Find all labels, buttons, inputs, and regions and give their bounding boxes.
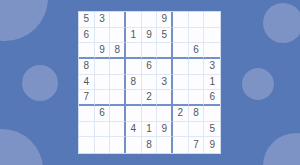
cell-r6c4[interactable] [126, 90, 142, 106]
given-digit: 4 [84, 77, 90, 87]
given-digit: 1 [131, 30, 137, 40]
cell-r8c6[interactable]: 9 [157, 122, 173, 138]
cell-r8c9[interactable]: 5 [204, 122, 220, 138]
cell-r6c1[interactable]: 7 [79, 90, 95, 106]
cell-r9c3[interactable] [110, 137, 126, 153]
cell-r8c5[interactable]: 1 [142, 122, 158, 138]
given-digit: 6 [99, 108, 105, 118]
cell-r6c3[interactable] [110, 90, 126, 106]
cell-r8c7[interactable] [173, 122, 189, 138]
cell-r1c2[interactable]: 3 [95, 12, 111, 28]
cell-r3c3[interactable]: 8 [110, 43, 126, 59]
cell-r5c9[interactable]: 1 [204, 75, 220, 91]
decorative-circle [242, 68, 274, 100]
cell-r9c6[interactable] [157, 137, 173, 153]
cell-r4c9[interactable]: 3 [204, 59, 220, 75]
given-digit: 3 [209, 61, 215, 71]
given-digit: 5 [84, 14, 90, 24]
given-digit: 9 [209, 140, 215, 150]
given-digit: 5 [209, 124, 215, 134]
cell-r2c4[interactable]: 1 [126, 28, 142, 44]
cell-r3c8[interactable]: 6 [189, 43, 205, 59]
cell-r1c3[interactable] [110, 12, 126, 28]
given-digit: 4 [131, 124, 137, 134]
cell-r7c6[interactable] [157, 106, 173, 122]
given-digit: 8 [84, 61, 90, 71]
cell-r7c5[interactable] [142, 106, 158, 122]
cell-r4c7[interactable] [173, 59, 189, 75]
given-digit: 6 [84, 30, 90, 40]
given-digit: 7 [84, 92, 90, 102]
cell-r1c4[interactable] [126, 12, 142, 28]
cell-r6c7[interactable] [173, 90, 189, 106]
cell-r4c2[interactable] [95, 59, 111, 75]
cell-r7c4[interactable] [126, 106, 142, 122]
cell-r6c9[interactable]: 6 [204, 90, 220, 106]
cell-r8c8[interactable] [189, 122, 205, 138]
cell-r4c3[interactable] [110, 59, 126, 75]
cell-r2c8[interactable] [189, 28, 205, 44]
cell-r5c7[interactable] [173, 75, 189, 91]
cell-r7c7[interactable]: 2 [173, 106, 189, 122]
cell-r3c5[interactable] [142, 43, 158, 59]
cell-r4c4[interactable] [126, 59, 142, 75]
cell-r5c4[interactable]: 8 [126, 75, 142, 91]
cell-r7c9[interactable] [204, 106, 220, 122]
cell-r7c1[interactable] [79, 106, 95, 122]
cell-r5c2[interactable] [95, 75, 111, 91]
cell-r8c1[interactable] [79, 122, 95, 138]
cell-r6c6[interactable] [157, 90, 173, 106]
given-digit: 2 [178, 108, 184, 118]
cell-r3c1[interactable] [79, 43, 95, 59]
cell-r6c5[interactable]: 2 [142, 90, 158, 106]
given-digit: 9 [146, 30, 152, 40]
given-digit: 8 [131, 77, 137, 87]
cell-r4c8[interactable] [189, 59, 205, 75]
cell-r8c3[interactable] [110, 122, 126, 138]
cell-r9c4[interactable] [126, 137, 142, 153]
decorative-circle [22, 65, 58, 101]
cell-r3c7[interactable] [173, 43, 189, 59]
cell-r6c8[interactable] [189, 90, 205, 106]
given-digit: 8 [193, 108, 199, 118]
cell-r5c6[interactable]: 3 [157, 75, 173, 91]
cell-r9c8[interactable]: 7 [189, 137, 205, 153]
cell-r6c2[interactable] [95, 90, 111, 106]
cell-r4c6[interactable] [157, 59, 173, 75]
cell-r5c5[interactable] [142, 75, 158, 91]
cell-r8c4[interactable]: 4 [126, 122, 142, 138]
cell-r1c9[interactable] [204, 12, 220, 28]
cell-r9c9[interactable]: 9 [204, 137, 220, 153]
decorative-circle [0, 129, 43, 165]
cell-r1c6[interactable]: 9 [157, 12, 173, 28]
cell-r1c7[interactable] [173, 12, 189, 28]
given-digit: 3 [161, 77, 167, 87]
cell-r9c1[interactable] [79, 137, 95, 153]
cell-r2c3[interactable] [110, 28, 126, 44]
given-digit: 6 [209, 92, 215, 102]
cell-r5c8[interactable] [189, 75, 205, 91]
given-digit: 2 [146, 92, 152, 102]
sudoku-board: 539619598686348317266284195879 [78, 11, 221, 154]
cell-r2c9[interactable] [204, 28, 220, 44]
given-digit: 7 [193, 140, 199, 150]
app-background: 539619598686348317266284195879 [0, 0, 300, 165]
given-digit: 8 [114, 45, 120, 55]
given-digit: 9 [161, 14, 167, 24]
cell-r7c2[interactable]: 6 [95, 106, 111, 122]
cell-r9c7[interactable] [173, 137, 189, 153]
cell-r2c6[interactable]: 5 [157, 28, 173, 44]
given-digit: 8 [146, 140, 152, 150]
cell-r4c5[interactable]: 6 [142, 59, 158, 75]
cell-r5c3[interactable] [110, 75, 126, 91]
decorative-circle [263, 3, 300, 43]
cell-r1c8[interactable] [189, 12, 205, 28]
decorative-circle [0, 0, 48, 41]
cell-r3c2[interactable]: 9 [95, 43, 111, 59]
cell-r1c1[interactable]: 5 [79, 12, 95, 28]
cell-r5c1[interactable]: 4 [79, 75, 95, 91]
cell-r9c5[interactable]: 8 [142, 137, 158, 153]
cell-r2c5[interactable]: 9 [142, 28, 158, 44]
cell-r4c1[interactable]: 8 [79, 59, 95, 75]
cell-r7c3[interactable] [110, 106, 126, 122]
cell-r7c8[interactable]: 8 [189, 106, 205, 122]
cell-r9c2[interactable] [95, 137, 111, 153]
given-digit: 1 [209, 77, 215, 87]
cell-r2c1[interactable]: 6 [79, 28, 95, 44]
given-digit: 3 [99, 14, 105, 24]
given-digit: 9 [161, 124, 167, 134]
cell-r3c4[interactable] [126, 43, 142, 59]
cell-r3c9[interactable] [204, 43, 220, 59]
cell-r1c5[interactable] [142, 12, 158, 28]
cell-r3c6[interactable] [157, 43, 173, 59]
given-digit: 6 [146, 61, 152, 71]
given-digit: 9 [99, 45, 105, 55]
given-digit: 6 [193, 45, 199, 55]
given-digit: 5 [161, 30, 167, 40]
given-digit: 1 [146, 124, 152, 134]
cell-r2c7[interactable] [173, 28, 189, 44]
cell-r2c2[interactable] [95, 28, 111, 44]
cell-r8c2[interactable] [95, 122, 111, 138]
decorative-circle [263, 133, 300, 165]
